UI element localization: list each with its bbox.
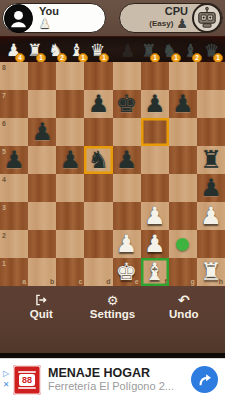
rank-label-3: 3 <box>2 204 6 211</box>
piece-white-pawn-h3[interactable]: ♟ <box>197 202 225 230</box>
piece-white-bishop-f1[interactable]: ♝ <box>141 258 169 286</box>
captured-count-badge: 1 <box>99 53 109 63</box>
square-h2[interactable] <box>197 230 225 258</box>
file-label-g: g <box>191 278 195 285</box>
square-c4[interactable] <box>56 174 84 202</box>
ad-close-icon[interactable]: ✕ <box>3 381 10 389</box>
captured-black-pieces: ♟♜1♞1♝2♛1 <box>117 38 222 62</box>
square-h6[interactable] <box>197 118 225 146</box>
gear-icon: ⚙ <box>107 293 119 307</box>
logo-text-bottom <box>18 387 36 389</box>
square-d3[interactable] <box>84 202 112 230</box>
piece-black-pawn-h4[interactable]: ♟ <box>197 174 225 202</box>
ad-text-block[interactable]: MENAJE HOGAR Ferretería El Polígono 2... <box>48 366 191 393</box>
square-e3[interactable] <box>113 202 141 230</box>
square-f7[interactable]: ♟ <box>141 90 169 118</box>
square-g7[interactable]: ♟ <box>169 90 197 118</box>
square-c1[interactable]: c <box>56 258 84 286</box>
square-b1[interactable]: b <box>28 258 56 286</box>
piece-white-pawn-f2[interactable]: ♟ <box>141 230 169 258</box>
black-pawn-icon: ♟ <box>176 17 188 30</box>
square-f4[interactable] <box>141 174 169 202</box>
file-label-c: c <box>78 278 82 285</box>
square-h7[interactable] <box>197 90 225 118</box>
square-c8[interactable] <box>56 62 84 90</box>
captured-count-badge: 1 <box>213 53 223 63</box>
rank-label-1: 1 <box>2 260 6 267</box>
black-pawn-icon: ♟ <box>120 40 135 60</box>
square-f1[interactable]: f♝ <box>141 258 169 286</box>
you-avatar <box>4 4 33 33</box>
captured-white-bishop: ♝1 <box>66 38 87 62</box>
cpu-avatar <box>192 3 222 33</box>
piece-white-pawn-e2[interactable]: ♟ <box>113 230 141 258</box>
cpu-difficulty: (Easy) <box>149 20 173 28</box>
square-c5[interactable]: ♟ <box>56 146 84 174</box>
chess-app-screen: You ♟ CPU (Easy) ♟ <box>0 0 225 400</box>
captured-black-pawn: ♟ <box>117 38 138 62</box>
square-a3[interactable]: 3 <box>0 202 28 230</box>
square-h3[interactable]: ♟ <box>197 202 225 230</box>
square-d4[interactable] <box>84 174 112 202</box>
quit-button[interactable]: Quit <box>11 293 71 320</box>
piece-black-knight-d5[interactable]: ♞ <box>84 146 112 174</box>
file-label-a: a <box>22 278 26 285</box>
captured-black-bishop: ♝2 <box>180 38 201 62</box>
undo-button[interactable]: ↶ Undo <box>154 293 214 320</box>
ad-banner[interactable]: ▷ ✕ 88 MENAJE HOGAR Ferretería El Polígo… <box>0 358 225 400</box>
square-e4[interactable] <box>113 174 141 202</box>
square-a4[interactable]: 4 <box>0 174 28 202</box>
square-a8[interactable]: 8 <box>0 62 28 90</box>
settings-label: Settings <box>90 308 135 320</box>
square-d6[interactable] <box>84 118 112 146</box>
square-g2[interactable] <box>169 230 197 258</box>
logo-number: 88 <box>19 374 35 386</box>
square-a6[interactable]: 6 <box>0 118 28 146</box>
square-g5[interactable] <box>169 146 197 174</box>
rank-label-4: 4 <box>2 176 6 183</box>
square-e6[interactable] <box>113 118 141 146</box>
piece-black-king-e7[interactable]: ♚ <box>113 90 141 118</box>
player-card-cpu: CPU (Easy) ♟ <box>119 3 223 33</box>
square-d5[interactable]: ♞ <box>84 146 112 174</box>
square-a7[interactable]: 7 <box>0 90 28 118</box>
square-c3[interactable] <box>56 202 84 230</box>
rank-label-8: 8 <box>2 64 6 71</box>
adchoices-icon[interactable]: ▷ <box>3 370 9 378</box>
square-f6[interactable] <box>141 118 169 146</box>
quit-label: Quit <box>30 308 53 320</box>
square-f2[interactable]: ♟ <box>141 230 169 258</box>
settings-button[interactable]: ⚙ Settings <box>83 293 143 320</box>
captured-black-knight: ♞1 <box>159 38 180 62</box>
file-label-b: b <box>50 278 54 285</box>
square-b5[interactable] <box>28 146 56 174</box>
square-f8[interactable] <box>141 62 169 90</box>
captured-white-knight: ♞2 <box>45 38 66 62</box>
captured-white-queen: ♛1 <box>87 38 108 62</box>
piece-black-pawn-b6[interactable]: ♟ <box>28 118 56 146</box>
undo-arrow-icon: ↶ <box>178 293 190 307</box>
piece-white-rook-h1[interactable]: ♜ <box>197 258 225 286</box>
rank-label-2: 2 <box>2 232 6 239</box>
square-b3[interactable] <box>28 202 56 230</box>
square-e1[interactable]: e♚ <box>113 258 141 286</box>
square-a2[interactable]: 2 <box>0 230 28 258</box>
piece-white-pawn-f3[interactable]: ♟ <box>141 202 169 230</box>
square-g3[interactable] <box>169 202 197 230</box>
ad-subtitle[interactable]: Ferretería El Polígono 2... <box>48 380 191 393</box>
piece-black-pawn-g7[interactable]: ♟ <box>169 90 197 118</box>
square-b8[interactable] <box>28 62 56 90</box>
square-b7[interactable] <box>28 90 56 118</box>
header-bar: You ♟ CPU (Easy) ♟ <box>0 0 225 36</box>
captured-white-pawn: ♟4 <box>3 38 24 62</box>
square-d1[interactable]: d <box>84 258 112 286</box>
square-d8[interactable] <box>84 62 112 90</box>
quit-exit-icon <box>34 293 48 307</box>
piece-black-pawn-c5[interactable]: ♟ <box>56 146 84 174</box>
piece-black-rook-h5[interactable]: ♜ <box>197 146 225 174</box>
captured-black-queen: ♛1 <box>201 38 222 62</box>
square-g8[interactable] <box>169 62 197 90</box>
person-icon <box>6 6 31 31</box>
chess-board: 87♟♚♟♟6♟5♟♟♞♟♜4♟3♟♟2♟♟1abcde♚f♝gh♜ <box>0 62 225 286</box>
adchoices-controls: ▷ ✕ <box>1 370 11 389</box>
square-g4[interactable] <box>169 174 197 202</box>
rank-label-6: 6 <box>2 120 6 127</box>
square-e2[interactable]: ♟ <box>113 230 141 258</box>
game-toolbar: Quit ⚙ Settings ↶ Undo <box>0 286 225 353</box>
captured-black-rook: ♜1 <box>138 38 159 62</box>
ad-title[interactable]: MENAJE HOGAR <box>48 366 191 380</box>
logo-text-top <box>18 371 36 373</box>
square-e5[interactable]: ♟ <box>113 146 141 174</box>
square-b2[interactable] <box>28 230 56 258</box>
square-b6[interactable]: ♟ <box>28 118 56 146</box>
undo-label: Undo <box>169 308 198 320</box>
robot-icon <box>195 6 219 30</box>
legal-move-dot-g2[interactable] <box>176 238 189 251</box>
square-g6[interactable] <box>169 118 197 146</box>
rank-label-7: 7 <box>2 92 6 99</box>
piece-black-pawn-d7[interactable]: ♟ <box>84 90 112 118</box>
piece-black-pawn-f7[interactable]: ♟ <box>141 90 169 118</box>
square-d7[interactable]: ♟ <box>84 90 112 118</box>
square-h5[interactable]: ♜ <box>197 146 225 174</box>
square-h4[interactable]: ♟ <box>197 174 225 202</box>
square-e8[interactable] <box>113 62 141 90</box>
directions-arrow-icon <box>196 371 214 389</box>
square-a5[interactable]: 5♟ <box>0 146 28 174</box>
player-card-you: You ♟ <box>2 3 106 33</box>
square-c6[interactable] <box>56 118 84 146</box>
ad-cta-button[interactable] <box>191 366 218 393</box>
white-pawn-icon: ♟ <box>39 17 59 30</box>
captured-pieces-tray: ♟4♜1♞2♝1♛1 ♟♜1♞1♝2♛1 <box>0 36 225 62</box>
square-c7[interactable] <box>56 90 84 118</box>
square-e7[interactable]: ♚ <box>113 90 141 118</box>
square-h1[interactable]: h♜ <box>197 258 225 286</box>
piece-black-pawn-e5[interactable]: ♟ <box>113 146 141 174</box>
square-h8[interactable] <box>197 62 225 90</box>
file-label-d: d <box>106 278 110 285</box>
captured-white-rook: ♜1 <box>24 38 45 62</box>
ad-logo[interactable]: 88 <box>13 365 41 395</box>
square-c2[interactable] <box>56 230 84 258</box>
square-a1[interactable]: 1a <box>0 258 28 286</box>
captured-white-pieces: ♟4♜1♞2♝1♛1 <box>3 38 108 62</box>
square-f3[interactable]: ♟ <box>141 202 169 230</box>
piece-black-pawn-a5[interactable]: ♟ <box>0 146 28 174</box>
piece-white-king-e1[interactable]: ♚ <box>113 258 141 286</box>
square-f5[interactable] <box>141 146 169 174</box>
square-b4[interactable] <box>28 174 56 202</box>
square-g1[interactable]: g <box>169 258 197 286</box>
square-d2[interactable] <box>84 230 112 258</box>
